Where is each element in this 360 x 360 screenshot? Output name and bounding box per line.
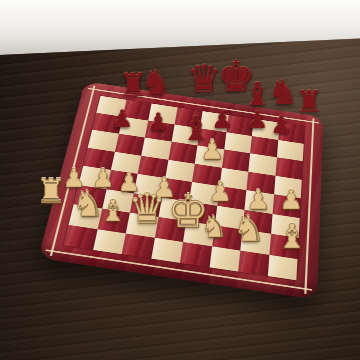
board-square: [63, 225, 97, 250]
board-square: [209, 246, 240, 272]
white-bishop-c2[interactable]: ♝: [100, 196, 127, 226]
board-square: [122, 233, 155, 258]
red-pawn-g7[interactable]: ♟: [270, 113, 292, 137]
red-knight-g8[interactable]: ♞: [268, 75, 298, 109]
red-bishop-f8[interactable]: ♝: [243, 78, 272, 110]
red-pawn-b7[interactable]: ♟: [147, 110, 169, 134]
product-photo-scene: ♜♞♛♚♝♞♜♟♟♟♟♟♝♟♜♟♟♞♝♟♛♟♚♟♞♞♟♟♝: [0, 0, 360, 360]
white-queen-d2[interactable]: ♛: [128, 188, 166, 230]
red-pawn-a7[interactable]: ♟: [111, 107, 133, 131]
white-pawn-e5[interactable]: ♟: [200, 136, 224, 163]
red-queen-d8[interactable]: ♛: [187, 60, 221, 98]
white-pawn-f3[interactable]: ♟: [208, 178, 232, 205]
board-square: [180, 242, 212, 268]
white-rook-a2[interactable]: ♜: [36, 174, 66, 208]
white-knight-g1[interactable]: ♞: [233, 211, 265, 247]
white-knight-f1[interactable]: ♞: [201, 212, 228, 242]
board-square: [93, 229, 126, 254]
red-rook-h8[interactable]: ♜: [296, 87, 323, 117]
white-bishop-h1[interactable]: ♝: [277, 219, 307, 253]
board-square: [267, 254, 297, 280]
red-pawn-e7[interactable]: ♟: [211, 108, 233, 132]
red-rook-a8[interactable]: ♜: [119, 69, 148, 101]
red-pawn-f7[interactable]: ♟: [246, 108, 268, 132]
corner-inlay-line: [304, 118, 314, 294]
board-square: [151, 237, 183, 263]
board-square: [238, 250, 269, 276]
white-pawn-h3[interactable]: ♟: [279, 186, 303, 213]
